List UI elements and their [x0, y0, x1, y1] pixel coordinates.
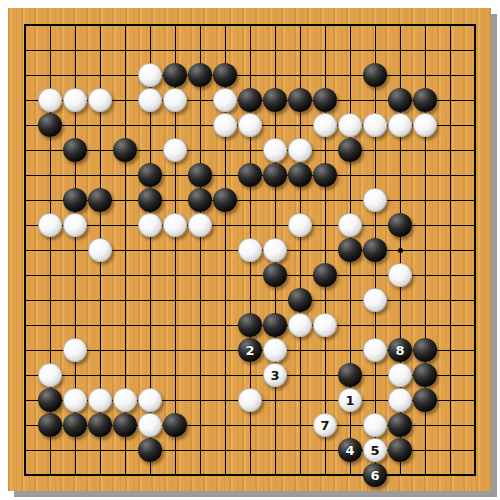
black-stone	[188, 63, 212, 87]
white-stone	[313, 313, 337, 337]
white-stone	[138, 388, 162, 412]
black-stone	[263, 163, 287, 187]
black-stone	[113, 138, 137, 162]
move-number-label: 7	[320, 419, 329, 432]
white-stone	[363, 338, 387, 362]
white-stone	[163, 88, 187, 112]
black-stone	[363, 238, 387, 262]
black-stone	[113, 413, 137, 437]
black-stone	[213, 63, 237, 87]
white-stone	[363, 113, 387, 137]
black-stone	[263, 263, 287, 287]
white-stone	[363, 288, 387, 312]
white-stone	[288, 313, 312, 337]
black-stone	[38, 113, 62, 137]
white-stone	[63, 213, 87, 237]
black-stone: 4	[338, 438, 362, 462]
black-stone	[238, 163, 262, 187]
white-stone	[213, 113, 237, 137]
white-stone	[163, 138, 187, 162]
black-stone	[413, 363, 437, 387]
white-stone	[338, 113, 362, 137]
white-stone	[238, 238, 262, 262]
move-number-label: 2	[245, 344, 254, 357]
black-stone	[88, 413, 112, 437]
page-background: 28317456	[0, 0, 500, 500]
black-stone: 6	[363, 463, 387, 487]
white-stone: 3	[263, 363, 287, 387]
black-stone	[338, 363, 362, 387]
white-stone: 5	[363, 438, 387, 462]
white-stone	[238, 113, 262, 137]
black-stone	[413, 88, 437, 112]
move-number-label: 5	[370, 444, 379, 457]
black-stone	[388, 213, 412, 237]
black-stone	[188, 188, 212, 212]
black-stone	[388, 438, 412, 462]
white-stone	[138, 213, 162, 237]
white-stone	[388, 363, 412, 387]
grid-line-horizontal	[25, 300, 475, 301]
black-stone	[63, 138, 87, 162]
white-stone	[63, 388, 87, 412]
white-stone	[163, 213, 187, 237]
black-stone: 8	[388, 338, 412, 362]
white-stone	[88, 388, 112, 412]
white-stone	[288, 138, 312, 162]
black-stone	[138, 188, 162, 212]
black-stone	[238, 313, 262, 337]
white-stone	[63, 338, 87, 362]
black-stone	[288, 288, 312, 312]
white-stone	[88, 88, 112, 112]
black-stone	[188, 163, 212, 187]
white-stone	[363, 188, 387, 212]
white-stone	[88, 238, 112, 262]
grid-line-vertical	[450, 25, 451, 475]
black-stone	[263, 313, 287, 337]
white-stone: 1	[338, 388, 362, 412]
black-stone	[288, 88, 312, 112]
black-stone	[63, 413, 87, 437]
black-stone	[88, 188, 112, 212]
black-stone	[263, 88, 287, 112]
black-stone	[338, 138, 362, 162]
white-stone	[213, 88, 237, 112]
black-stone	[163, 413, 187, 437]
black-stone	[213, 188, 237, 212]
black-stone	[63, 188, 87, 212]
white-stone	[38, 213, 62, 237]
white-stone	[388, 113, 412, 137]
hoshi-point	[398, 248, 403, 253]
white-stone	[188, 213, 212, 237]
move-number-label: 3	[270, 369, 279, 382]
white-stone	[138, 413, 162, 437]
white-stone	[138, 63, 162, 87]
white-stone	[288, 213, 312, 237]
black-stone	[288, 163, 312, 187]
white-stone	[313, 113, 337, 137]
move-number-label: 8	[395, 344, 404, 357]
black-stone	[388, 88, 412, 112]
white-stone	[38, 363, 62, 387]
go-board[interactable]: 28317456	[8, 8, 491, 491]
white-stone	[263, 238, 287, 262]
move-number-label: 4	[345, 444, 354, 457]
white-stone	[363, 413, 387, 437]
white-stone	[138, 88, 162, 112]
move-number-label: 1	[345, 394, 354, 407]
black-stone	[313, 88, 337, 112]
black-stone	[238, 88, 262, 112]
white-stone: 7	[313, 413, 337, 437]
white-stone	[63, 88, 87, 112]
black-stone	[138, 438, 162, 462]
black-stone	[338, 238, 362, 262]
black-stone: 2	[238, 338, 262, 362]
white-stone	[388, 388, 412, 412]
black-stone	[313, 263, 337, 287]
black-stone	[388, 413, 412, 437]
white-stone	[238, 388, 262, 412]
black-stone	[363, 63, 387, 87]
white-stone	[388, 263, 412, 287]
black-stone	[38, 388, 62, 412]
white-stone	[338, 213, 362, 237]
white-stone	[263, 338, 287, 362]
black-stone	[163, 63, 187, 87]
move-number-label: 6	[370, 469, 379, 482]
white-stone	[413, 113, 437, 137]
black-stone	[38, 413, 62, 437]
white-stone	[113, 388, 137, 412]
black-stone	[413, 338, 437, 362]
white-stone	[263, 138, 287, 162]
black-stone	[413, 388, 437, 412]
white-stone	[38, 88, 62, 112]
black-stone	[138, 163, 162, 187]
black-stone	[313, 163, 337, 187]
